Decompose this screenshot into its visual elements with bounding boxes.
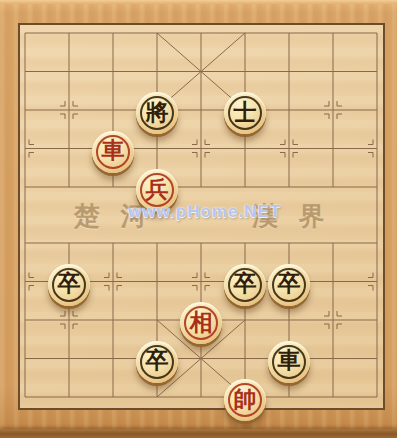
piece-glyph: 卒 [58, 272, 81, 295]
piece-glyph: 卒 [278, 272, 301, 295]
piece-black-soldier[interactable]: 卒 [136, 341, 178, 383]
piece-red-chariot[interactable]: 車 [92, 131, 134, 173]
piece-glyph: 車 [278, 349, 301, 372]
piece-black-soldier[interactable]: 卒 [268, 264, 310, 306]
piece-red-general[interactable]: 帥 [224, 379, 266, 421]
piece-black-soldier[interactable]: 卒 [224, 264, 266, 306]
piece-glyph: 兵 [146, 178, 169, 201]
piece-glyph: 車 [102, 139, 125, 162]
piece-glyph: 將 [146, 101, 169, 124]
piece-glyph: 卒 [234, 272, 257, 295]
piece-glyph: 帥 [234, 388, 257, 411]
piece-glyph: 士 [234, 101, 257, 124]
piece-black-advisor[interactable]: 士 [224, 92, 266, 134]
xiangqi-board-screenshot: 楚 河 漢 界 將士車兵卒卒卒相卒車帥 www.pHome.NET [0, 0, 397, 438]
piece-black-general[interactable]: 將 [136, 92, 178, 134]
piece-black-chariot[interactable]: 車 [268, 341, 310, 383]
piece-black-soldier[interactable]: 卒 [48, 264, 90, 306]
piece-glyph: 相 [190, 311, 213, 334]
piece-red-elephant[interactable]: 相 [180, 302, 222, 344]
piece-glyph: 卒 [146, 349, 169, 372]
watermark: www.pHome.NET [128, 202, 281, 222]
